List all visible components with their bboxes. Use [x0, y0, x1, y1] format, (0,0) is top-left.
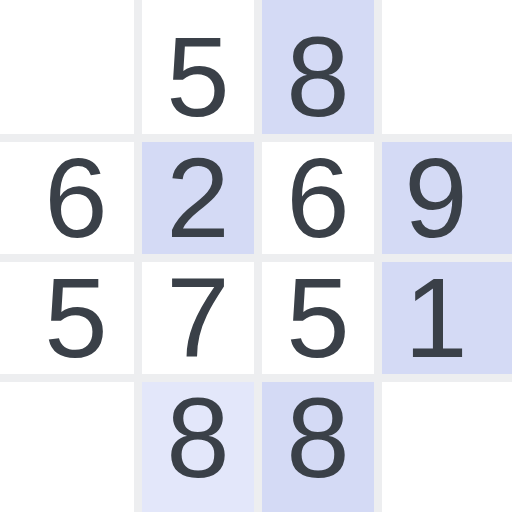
cell-r2c4[interactable]: 9 [382, 142, 512, 254]
cell-digit: 6 [44, 142, 107, 254]
cell-digit: 8 [286, 382, 349, 495]
cell-r3c1[interactable]: 5 [0, 262, 134, 374]
cell-r2c2[interactable]: 2 [142, 142, 254, 254]
cell-digit: 5 [286, 262, 349, 374]
cell-digit: 6 [286, 142, 349, 254]
sudoku-board: 586269575188 [0, 0, 512, 512]
cell-r2c1[interactable]: 6 [0, 142, 134, 254]
cell-r1c4[interactable] [382, 0, 512, 134]
cell-r4c4[interactable] [382, 382, 512, 512]
cell-digit: 9 [404, 142, 467, 254]
cell-r1c3[interactable]: 8 [262, 0, 374, 134]
cell-digit: 1 [404, 262, 467, 374]
cell-digit: 2 [166, 142, 229, 254]
cell-digit: 8 [286, 20, 349, 134]
cell-digit: 7 [166, 262, 229, 374]
cell-r3c4[interactable]: 1 [382, 262, 512, 374]
cell-digit: 5 [44, 262, 107, 374]
cell-r3c3[interactable]: 5 [262, 262, 374, 374]
cell-r1c2[interactable]: 5 [142, 0, 254, 134]
cell-r1c1[interactable] [0, 0, 134, 134]
cell-digit: 8 [166, 382, 229, 495]
cell-r4c2[interactable]: 8 [142, 382, 254, 512]
cell-r2c3[interactable]: 6 [262, 142, 374, 254]
cell-r4c1[interactable] [0, 382, 134, 512]
cell-r3c2[interactable]: 7 [142, 262, 254, 374]
cell-r4c3[interactable]: 8 [262, 382, 374, 512]
cell-digit: 5 [166, 20, 229, 134]
